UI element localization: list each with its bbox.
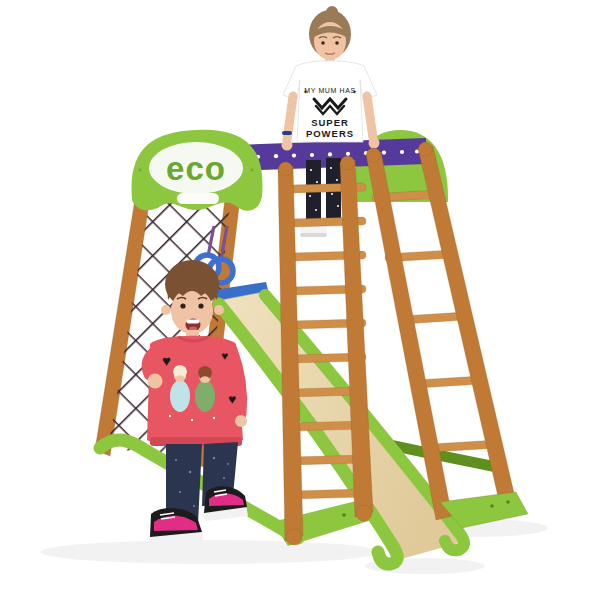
svg-text:✦: ✦ — [303, 89, 308, 95]
svg-text:♥: ♥ — [162, 352, 171, 369]
shirt-text-line1: MY MUM HAS — [304, 87, 355, 94]
girl-shirt: MY MUM HAS ✦ ✦ SUPER POWERS — [283, 61, 377, 142]
product-photo: eco MY MUM HAS ✦ ✦ — [0, 0, 600, 600]
shirt-text-line2: SUPER — [311, 117, 349, 128]
svg-text:♥: ♥ — [221, 349, 228, 363]
shirt-text-line3: POWERS — [306, 128, 354, 139]
eco-panel: eco — [132, 130, 263, 211]
eco-logo-text: eco — [166, 150, 226, 187]
girl: MY MUM HAS ✦ ✦ SUPER POWERS — [282, 6, 380, 237]
svg-text:✦: ✦ — [352, 89, 357, 95]
panel-handle-slot — [177, 193, 219, 204]
playgym-scene: eco MY MUM HAS ✦ ✦ — [0, 0, 600, 600]
center-ladder — [278, 156, 373, 545]
girl-bracelet — [282, 131, 292, 135]
svg-text:♥: ♥ — [228, 391, 236, 407]
boy-fist — [148, 374, 163, 389]
boy-sweatshirt: ♥ ♥ ♥ — [147, 336, 247, 449]
